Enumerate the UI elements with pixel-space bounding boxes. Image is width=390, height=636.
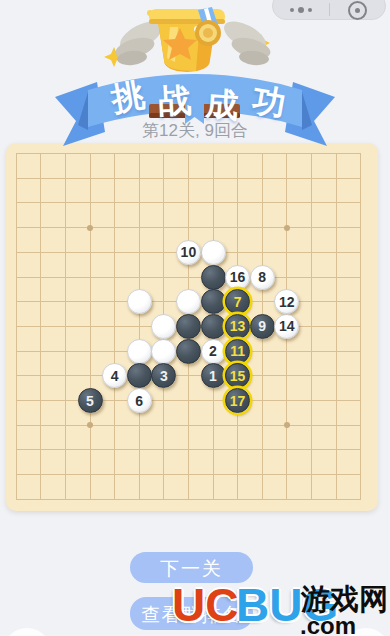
move-number: 3 bbox=[160, 369, 168, 383]
stone-white-10: 10 bbox=[176, 240, 201, 265]
stone-black-15: 15 bbox=[225, 363, 250, 388]
exit-button[interactable] bbox=[330, 1, 386, 19]
stone-white-4: 4 bbox=[102, 363, 127, 388]
move-number: 5 bbox=[86, 394, 94, 408]
level-round-info: 第12关, 9回合 bbox=[0, 119, 390, 142]
stone-white bbox=[127, 289, 152, 314]
move-number: 7 bbox=[234, 295, 242, 309]
grid-line bbox=[16, 474, 360, 475]
grid-line bbox=[336, 154, 337, 500]
stone-white-8: 8 bbox=[250, 265, 275, 290]
right-wing-icon bbox=[220, 15, 273, 66]
grid-line bbox=[360, 154, 361, 500]
move-number: 10 bbox=[181, 245, 197, 259]
move-number: 9 bbox=[258, 319, 266, 333]
group-ranking-button[interactable]: 查看群排名 bbox=[130, 597, 253, 630]
stone-black-11: 11 bbox=[225, 339, 250, 364]
move-number: 11 bbox=[230, 344, 245, 358]
victory-screen: 挑 战 成 功 第12关, 9回合 1016871213914211431155… bbox=[0, 0, 390, 636]
move-number: 2 bbox=[209, 344, 217, 358]
stone-black-5: 5 bbox=[78, 388, 103, 413]
move-number: 14 bbox=[279, 319, 295, 333]
more-dots-icon bbox=[290, 7, 312, 13]
stone-black bbox=[176, 339, 201, 364]
star-point bbox=[87, 225, 93, 231]
stone-black-13: 13 bbox=[225, 314, 250, 339]
stone-black bbox=[127, 363, 152, 388]
stone-black bbox=[201, 314, 226, 339]
watermark-domain: .com bbox=[300, 614, 356, 636]
grid-line bbox=[16, 375, 360, 376]
stone-black bbox=[176, 314, 201, 339]
corner-decoration bbox=[342, 628, 390, 636]
trophy-icon bbox=[149, 7, 225, 72]
stone-white bbox=[127, 339, 152, 364]
star-point bbox=[284, 225, 290, 231]
move-number: 12 bbox=[279, 295, 295, 309]
stone-white bbox=[176, 289, 201, 314]
grid-line bbox=[16, 425, 360, 426]
stone-white-6: 6 bbox=[127, 388, 152, 413]
grid-line bbox=[16, 499, 360, 500]
game-board: 1016871213914211431155617 bbox=[6, 143, 378, 511]
stone-white bbox=[201, 240, 226, 265]
more-button[interactable] bbox=[273, 1, 329, 19]
stone-white-14: 14 bbox=[274, 314, 299, 339]
move-number: 1 bbox=[209, 369, 217, 383]
grid-line bbox=[16, 449, 360, 450]
move-number: 4 bbox=[111, 369, 119, 383]
move-number: 6 bbox=[135, 394, 143, 408]
move-number: 17 bbox=[230, 394, 246, 408]
stone-white-2: 2 bbox=[201, 339, 226, 364]
grid-line bbox=[311, 154, 312, 500]
corner-decoration bbox=[3, 628, 51, 636]
watermark-site: 游戏网 bbox=[301, 585, 388, 614]
wechat-capsule bbox=[272, 0, 386, 20]
stone-white bbox=[151, 339, 176, 364]
stone-black-3: 3 bbox=[151, 363, 176, 388]
stone-black-1: 1 bbox=[201, 363, 226, 388]
stone-black-7: 7 bbox=[225, 289, 250, 314]
stone-black bbox=[201, 265, 226, 290]
stone-white bbox=[151, 314, 176, 339]
exit-circle-icon bbox=[348, 1, 367, 20]
grid-line bbox=[16, 400, 360, 401]
star-point bbox=[87, 422, 93, 428]
stone-white-12: 12 bbox=[274, 289, 299, 314]
next-level-button[interactable]: 下一关 bbox=[130, 552, 253, 583]
star-point bbox=[284, 422, 290, 428]
stone-black-9: 9 bbox=[250, 314, 275, 339]
move-number: 8 bbox=[258, 270, 266, 284]
stone-black-17: 17 bbox=[225, 388, 250, 413]
stone-white-16: 16 bbox=[225, 265, 250, 290]
stone-black bbox=[201, 289, 226, 314]
move-number: 15 bbox=[230, 369, 246, 383]
move-number: 13 bbox=[230, 319, 246, 333]
move-number: 16 bbox=[230, 270, 246, 284]
